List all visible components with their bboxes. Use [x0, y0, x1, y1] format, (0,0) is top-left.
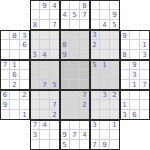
cell-r1c7-given[interactable]: 5	[70, 10, 80, 20]
cell-r8c0[interactable]	[0, 80, 10, 90]
cell-r6c14[interactable]	[140, 60, 150, 70]
flower-sudoku-puzzle: 9484579874583396821349837151963275176273…	[0, 0, 150, 150]
cell-r1c5[interactable]	[50, 10, 60, 20]
cell-r11c2-given[interactable]: 1	[20, 110, 30, 120]
cell-r11c13-given[interactable]: 6	[130, 110, 140, 120]
cell-r2c9[interactable]	[90, 20, 100, 30]
cell-r13c7-given[interactable]: 7	[70, 130, 80, 140]
cell-r9c0-given[interactable]: 6	[0, 90, 10, 100]
cell-r14c9-given[interactable]: 7	[90, 140, 100, 150]
cell-r10c2[interactable]	[20, 100, 30, 110]
cell-r0c5-given[interactable]: 4	[50, 0, 60, 10]
cell-r3c12-given[interactable]: 9	[120, 30, 130, 40]
cell-r0c3[interactable]	[30, 0, 40, 10]
cell-r7c3[interactable]	[30, 70, 40, 80]
cell-r8c10[interactable]	[100, 80, 110, 90]
cell-r10c7[interactable]	[70, 100, 80, 110]
cell-r12c10[interactable]	[100, 120, 110, 130]
cell-r9c11-given[interactable]: 2	[110, 90, 120, 100]
cell-r7c10[interactable]	[100, 70, 110, 80]
cell-r10c5-given[interactable]: 7	[50, 100, 60, 110]
cell-r8c2[interactable]	[20, 80, 30, 90]
cell-r6c13-given[interactable]: 9	[130, 60, 140, 70]
cell-r13c3-given[interactable]: 3	[30, 130, 40, 140]
cell-r8c5-given[interactable]: 5	[50, 80, 60, 90]
cell-r8c4-given[interactable]: 7	[40, 80, 50, 90]
cell-r7c6[interactable]	[60, 70, 70, 80]
cell-r12c4-given[interactable]: 4	[40, 120, 50, 130]
cell-r4c12[interactable]	[120, 40, 130, 50]
cell-r3c10[interactable]	[100, 30, 110, 40]
cell-r4c11[interactable]	[110, 40, 120, 50]
cell-r2c7[interactable]	[70, 20, 80, 30]
cell-r7c7[interactable]	[70, 70, 80, 80]
cell-r7c14[interactable]	[140, 70, 150, 80]
cell-r10c3[interactable]	[30, 100, 40, 110]
cell-r2c11-given[interactable]: 5	[110, 20, 120, 30]
cell-r4c0[interactable]	[0, 40, 10, 50]
cell-r6c7[interactable]	[70, 60, 80, 70]
cell-r5c2[interactable]	[20, 50, 30, 60]
cell-r2c5-given[interactable]: 7	[50, 20, 60, 30]
cell-r11c5-given[interactable]: 2	[50, 110, 60, 120]
cell-r5c6-given[interactable]: 9	[60, 50, 70, 60]
cell-r6c5[interactable]	[50, 60, 60, 70]
cell-r1c10[interactable]	[100, 10, 110, 20]
cell-r3c4[interactable]	[40, 30, 50, 40]
cell-r14c10-given[interactable]: 9	[100, 140, 110, 150]
cell-r12c3-given[interactable]: 7	[30, 120, 40, 130]
cell-r4c10[interactable]	[100, 40, 110, 50]
cell-r0c9[interactable]	[90, 0, 100, 10]
cell-r3c0[interactable]	[0, 30, 10, 40]
cell-r7c2[interactable]	[20, 70, 30, 80]
cell-r14c4[interactable]	[40, 140, 50, 150]
cell-r0c10[interactable]	[100, 0, 110, 10]
cell-r10c6[interactable]	[60, 100, 70, 110]
cell-r4c7[interactable]	[70, 40, 80, 50]
cell-r12c11-given[interactable]: 1	[110, 120, 120, 130]
cell-r6c10-given[interactable]: 1	[100, 60, 110, 70]
cell-r4c2-given[interactable]: 6	[20, 40, 30, 50]
cell-r3c1-given[interactable]: 8	[10, 30, 20, 40]
cell-r7c8[interactable]	[80, 70, 90, 80]
cell-r11c1[interactable]	[10, 110, 20, 120]
cell-r5c4-given[interactable]: 4	[40, 50, 50, 60]
cell-r7c5[interactable]	[50, 70, 60, 80]
cell-r11c9[interactable]	[90, 110, 100, 120]
cell-r3c11[interactable]	[110, 30, 120, 40]
cell-r4c9-given[interactable]: 2	[90, 40, 100, 50]
cell-r10c13[interactable]	[130, 100, 140, 110]
cell-r3c2-given[interactable]: 3	[20, 30, 30, 40]
cell-r13c9[interactable]	[90, 130, 100, 140]
cell-r11c0[interactable]	[0, 110, 10, 120]
cell-r7c12[interactable]	[120, 70, 130, 80]
cell-r8c1-given[interactable]: 2	[10, 80, 20, 90]
cell-r4c13[interactable]	[130, 40, 140, 50]
cell-r11c4[interactable]	[40, 110, 50, 120]
cell-r5c13[interactable]	[130, 50, 140, 60]
cell-r8c6[interactable]	[60, 80, 70, 90]
cell-r2c6[interactable]	[60, 20, 70, 30]
cell-r2c4[interactable]	[40, 20, 50, 30]
cell-r13c6-given[interactable]: 9	[60, 130, 70, 140]
cell-r6c9-given[interactable]: 5	[90, 60, 100, 70]
cell-r14c3[interactable]	[30, 140, 40, 150]
cell-r5c7[interactable]	[70, 50, 80, 60]
cell-r10c9[interactable]	[90, 100, 100, 110]
cell-r6c0-given[interactable]: 7	[0, 60, 10, 70]
cell-r5c8[interactable]	[80, 50, 90, 60]
cell-r6c2[interactable]	[20, 60, 30, 70]
cell-r8c8[interactable]	[80, 80, 90, 90]
cell-r11c10[interactable]	[100, 110, 110, 120]
cell-r12c5[interactable]	[50, 120, 60, 130]
cell-r7c4[interactable]	[40, 70, 50, 80]
cell-r12c8[interactable]	[80, 120, 90, 130]
cell-r8c3[interactable]	[30, 80, 40, 90]
cell-r1c6-given[interactable]: 4	[60, 10, 70, 20]
cell-r5c1[interactable]	[10, 50, 20, 60]
cell-r6c4[interactable]	[40, 60, 50, 70]
cell-r1c8-given[interactable]: 7	[80, 10, 90, 20]
cell-r3c5[interactable]	[50, 30, 60, 40]
cell-r4c3[interactable]	[30, 40, 40, 50]
cell-r11c11[interactable]	[110, 110, 120, 120]
cell-r1c4[interactable]	[40, 10, 50, 20]
cell-r9c3[interactable]	[30, 90, 40, 100]
cell-r10c0-given[interactable]: 9	[0, 100, 10, 110]
cell-r3c9-given[interactable]: 3	[90, 30, 100, 40]
cell-r4c4[interactable]	[40, 40, 50, 50]
cell-r4c14-given[interactable]: 1	[140, 40, 150, 50]
cell-r13c11[interactable]	[110, 130, 120, 140]
cell-r0c4-given[interactable]: 9	[40, 0, 50, 10]
cell-r9c9[interactable]	[90, 90, 100, 100]
flower-sudoku-board: 9484579874583396821349837151963275176273…	[0, 0, 150, 150]
cell-r11c7[interactable]	[70, 110, 80, 120]
cell-r9c14[interactable]	[140, 90, 150, 100]
cell-r8c9[interactable]	[90, 80, 100, 90]
cell-r9c8-given[interactable]: 7	[80, 90, 90, 100]
cell-r1c11-given[interactable]: 9	[110, 10, 120, 20]
cell-r6c6[interactable]	[60, 60, 70, 70]
cell-r14c5[interactable]	[50, 140, 60, 150]
cell-r13c8-given[interactable]: 4	[80, 130, 90, 140]
cell-r8c7[interactable]	[70, 80, 80, 90]
cell-r14c7[interactable]	[70, 140, 80, 150]
cell-r7c9[interactable]	[90, 70, 100, 80]
cell-r12c6[interactable]	[60, 120, 70, 130]
cell-r8c11[interactable]	[110, 80, 120, 90]
cell-r14c6-given[interactable]: 5	[60, 140, 70, 150]
cell-r10c4[interactable]	[40, 100, 50, 110]
cell-r7c0[interactable]	[0, 70, 10, 80]
cell-r11c6[interactable]	[60, 110, 70, 120]
cell-r6c8[interactable]	[80, 60, 90, 70]
cell-r8c14-given[interactable]: 7	[140, 80, 150, 90]
cell-r6c3[interactable]	[30, 60, 40, 70]
cell-r4c8[interactable]	[80, 40, 90, 50]
cell-r8c12[interactable]	[120, 80, 130, 90]
cell-r9c2-given[interactable]: 2	[20, 90, 30, 100]
cell-r11c8[interactable]	[80, 110, 90, 120]
cell-r12c9-given[interactable]: 3	[90, 120, 100, 130]
cell-r9c1[interactable]	[10, 90, 20, 100]
cell-r14c8[interactable]	[80, 140, 90, 150]
cell-r2c3-given[interactable]: 8	[30, 20, 40, 30]
cell-r9c10-given[interactable]: 3	[100, 90, 110, 100]
cell-r12c7[interactable]	[70, 120, 80, 130]
cell-r5c5[interactable]	[50, 50, 60, 60]
cell-r9c12[interactable]	[120, 90, 130, 100]
cell-r9c7[interactable]	[70, 90, 80, 100]
cell-r10c1[interactable]	[10, 100, 20, 110]
cell-r4c5[interactable]	[50, 40, 60, 50]
cell-r5c3-given[interactable]: 3	[30, 50, 40, 60]
cell-r3c13[interactable]	[130, 30, 140, 40]
cell-r1c9[interactable]	[90, 10, 100, 20]
cell-r0c7[interactable]	[70, 0, 80, 10]
cell-r9c13[interactable]	[130, 90, 140, 100]
cell-r4c1[interactable]	[10, 40, 20, 50]
cell-r5c11[interactable]	[110, 50, 120, 60]
cell-r7c13-given[interactable]: 3	[130, 70, 140, 80]
cell-r10c8-given[interactable]: 2	[80, 100, 90, 110]
cell-r13c10[interactable]	[100, 130, 110, 140]
cell-r5c14-given[interactable]: 3	[140, 50, 150, 60]
cell-r11c12-given[interactable]: 3	[120, 110, 130, 120]
cell-r9c4[interactable]	[40, 90, 50, 100]
cell-r6c12[interactable]	[120, 60, 130, 70]
cell-r10c12-given[interactable]: 1	[120, 100, 130, 110]
cell-r10c11[interactable]	[110, 100, 120, 110]
cell-r9c5[interactable]	[50, 90, 60, 100]
cell-r13c4[interactable]	[40, 130, 50, 140]
cell-r9c6[interactable]	[60, 90, 70, 100]
cell-r11c3[interactable]	[30, 110, 40, 120]
cell-r6c11[interactable]	[110, 60, 120, 70]
cell-r5c9[interactable]	[90, 50, 100, 60]
cell-r2c8[interactable]	[80, 20, 90, 30]
cell-r10c14[interactable]	[140, 100, 150, 110]
cell-r0c11[interactable]	[110, 0, 120, 10]
cell-r6c1-given[interactable]: 1	[10, 60, 20, 70]
cell-r3c14[interactable]	[140, 30, 150, 40]
cell-r3c3[interactable]	[30, 30, 40, 40]
cell-r13c5[interactable]	[50, 130, 60, 140]
cell-r11c14[interactable]	[140, 110, 150, 120]
cell-r5c0[interactable]	[0, 50, 10, 60]
cell-r0c8-given[interactable]: 8	[80, 0, 90, 10]
cell-r3c7[interactable]	[70, 30, 80, 40]
cell-r14c11[interactable]	[110, 140, 120, 150]
cell-r10c10[interactable]	[100, 100, 110, 110]
cell-r4c6-given[interactable]: 8	[60, 40, 70, 50]
cell-r3c8[interactable]	[80, 30, 90, 40]
cell-r8c13-given[interactable]: 1	[130, 80, 140, 90]
cell-r3c6[interactable]	[60, 30, 70, 40]
cell-r5c10[interactable]	[100, 50, 110, 60]
cell-r0c6[interactable]	[60, 0, 70, 10]
cell-r7c11[interactable]	[110, 70, 120, 80]
cell-r1c3[interactable]	[30, 10, 40, 20]
cell-r2c10-given[interactable]: 4	[100, 20, 110, 30]
cell-r7c1-given[interactable]: 6	[10, 70, 20, 80]
cell-r5c12-given[interactable]: 8	[120, 50, 130, 60]
